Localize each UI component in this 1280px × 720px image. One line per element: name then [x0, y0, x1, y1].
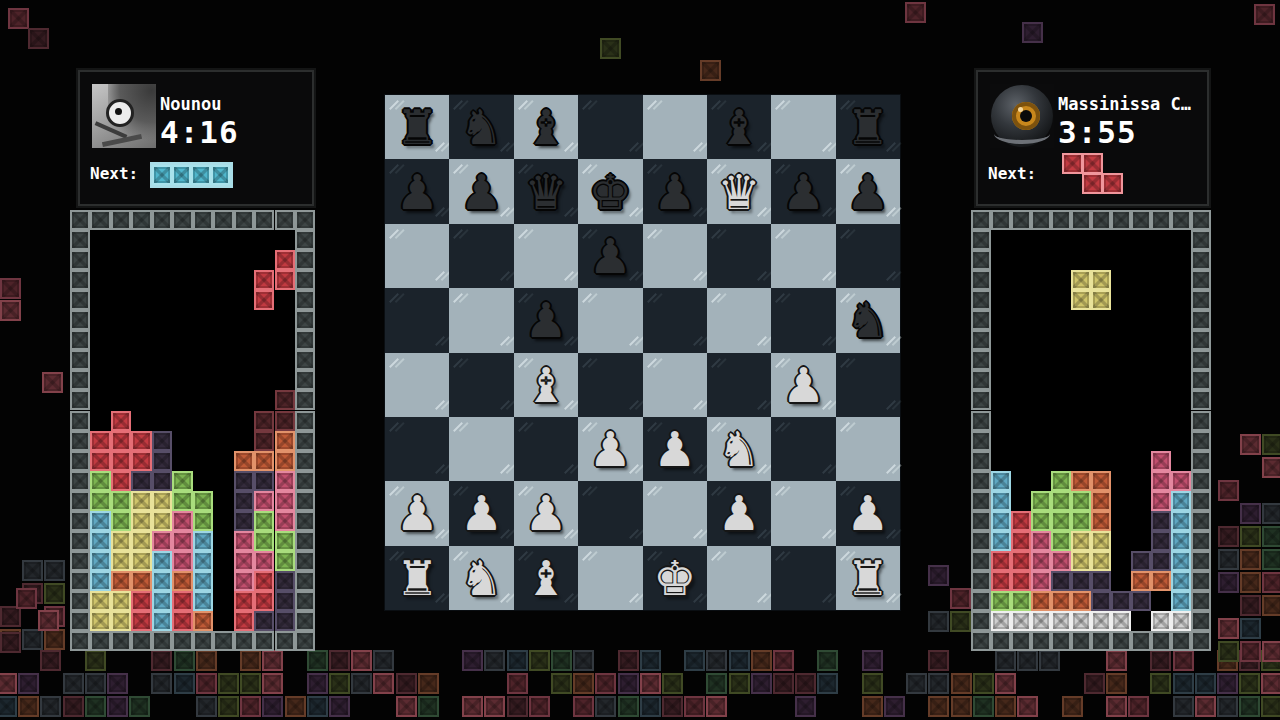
- frame-block: [1151, 631, 1171, 651]
- tetris-block: [152, 571, 172, 591]
- tetris-block: [1011, 551, 1031, 571]
- frame-block: [971, 551, 991, 571]
- tetris-block: [111, 491, 131, 511]
- tetris-block: [111, 511, 131, 531]
- frame-block: [234, 210, 254, 230]
- bg-block: [951, 673, 972, 694]
- tetris-block: [1131, 551, 1151, 571]
- square-f8[interactable]: ♝: [707, 95, 771, 159]
- tetris-block: [1151, 451, 1171, 471]
- square-a5[interactable]: [385, 288, 449, 352]
- frame-block: [971, 270, 991, 290]
- tetris-block: [131, 571, 151, 591]
- bg-block: [174, 673, 195, 694]
- frame-block: [1031, 631, 1051, 651]
- frame-block: [295, 210, 315, 230]
- frame-block: [1151, 210, 1171, 230]
- tetris-block: [275, 250, 295, 270]
- square-f3[interactable]: ♞: [707, 417, 771, 481]
- frame-block: [1191, 451, 1211, 471]
- tetris-block: [1151, 611, 1171, 631]
- square-d6[interactable]: ♟: [578, 224, 642, 288]
- square-c1[interactable]: ♝: [514, 546, 578, 610]
- bg-block: [1062, 696, 1083, 717]
- square-c7[interactable]: ♛: [514, 159, 578, 223]
- bg-block: [351, 673, 372, 694]
- bg-block: [1262, 526, 1280, 547]
- bg-block: [1218, 618, 1239, 639]
- square-h8[interactable]: ♜: [836, 95, 900, 159]
- square-d8[interactable]: [578, 95, 642, 159]
- square-c3[interactable]: [514, 417, 578, 481]
- tetris-block: [90, 431, 110, 451]
- tetris-block: [172, 571, 192, 591]
- frame-block: [295, 411, 315, 431]
- bg-block: [307, 696, 328, 717]
- square-a6[interactable]: [385, 224, 449, 288]
- chess-piece-B: ♝: [514, 353, 578, 417]
- square-f2[interactable]: ♟: [707, 481, 771, 545]
- bg-block: [1218, 526, 1239, 547]
- tetris-block: [193, 571, 213, 591]
- tetris-block: [1071, 611, 1091, 631]
- frame-block: [70, 611, 90, 631]
- square-b2[interactable]: ♟: [449, 481, 513, 545]
- frame-block: [70, 370, 90, 390]
- tetris-block: [254, 451, 274, 471]
- chess-piece-b: ♝: [514, 95, 578, 159]
- tetris-block: [152, 431, 172, 451]
- square-b1[interactable]: ♞: [449, 546, 513, 610]
- tetris-block: [131, 551, 151, 571]
- tetris-block: [193, 591, 213, 611]
- tetris-block: [1131, 591, 1151, 611]
- square-f7[interactable]: ♛: [707, 159, 771, 223]
- frame-block: [254, 631, 274, 651]
- frame-block: [1191, 250, 1211, 270]
- square-b3[interactable]: [449, 417, 513, 481]
- frame-block: [1191, 411, 1211, 431]
- tetris-block: [152, 591, 172, 611]
- tetris-block: [991, 611, 1011, 631]
- frame-block: [1111, 210, 1131, 230]
- square-e8[interactable]: [643, 95, 707, 159]
- tetris-block: [193, 531, 213, 551]
- square-b8[interactable]: ♞: [449, 95, 513, 159]
- frame-block: [971, 571, 991, 591]
- tetris-block: [1131, 571, 1151, 591]
- square-a3[interactable]: [385, 417, 449, 481]
- square-h1[interactable]: ♜: [836, 546, 900, 610]
- square-e2[interactable]: [643, 481, 707, 545]
- bg-block: [906, 673, 927, 694]
- bg-block: [950, 588, 971, 609]
- square-g5[interactable]: [771, 288, 835, 352]
- square-b5[interactable]: [449, 288, 513, 352]
- bg-block: [0, 278, 21, 299]
- bg-block: [884, 696, 905, 717]
- bg-block: [1218, 549, 1239, 570]
- bg-block: [507, 696, 528, 717]
- bg-block: [22, 560, 43, 581]
- bg-block: [1017, 650, 1038, 671]
- tetris-block: [1031, 511, 1051, 531]
- tetris-block: [1051, 511, 1071, 531]
- tetris-block: [275, 511, 295, 531]
- game-screen: ♜♞♝♝♜♟♟♛♚♟♛♟♟♟♟♞♝♟♟♟♞♟♟♟♟♟♜♞♝♚♜ Nounou 4…: [0, 0, 1280, 720]
- frame-block: [971, 611, 991, 631]
- bg-block: [862, 650, 883, 671]
- square-c6[interactable]: [514, 224, 578, 288]
- bg-block: [862, 673, 883, 694]
- bg-block: [262, 673, 283, 694]
- bg-block: [418, 673, 439, 694]
- bg-block: [595, 696, 616, 717]
- tetris-block: [1031, 591, 1051, 611]
- bg-block: [418, 696, 439, 717]
- frame-block: [971, 350, 991, 370]
- frame-block: [991, 631, 1011, 651]
- square-a7[interactable]: ♟: [385, 159, 449, 223]
- chess-piece-p: ♟: [578, 224, 642, 288]
- square-g1[interactable]: [771, 546, 835, 610]
- bg-block: [551, 673, 572, 694]
- tetris-block: [991, 591, 1011, 611]
- frame-block: [1191, 390, 1211, 410]
- frame-block: [131, 631, 151, 651]
- bg-block: [995, 673, 1016, 694]
- frame-block: [295, 290, 315, 310]
- tetris-block: [1051, 471, 1071, 491]
- tetris-block: [131, 611, 151, 631]
- tetris-block: [1031, 571, 1051, 591]
- chess-piece-R: ♜: [836, 546, 900, 610]
- frame-block: [1171, 210, 1191, 230]
- square-d4[interactable]: [578, 353, 642, 417]
- square-g6[interactable]: [771, 224, 835, 288]
- bg-block: [773, 673, 794, 694]
- square-d7[interactable]: ♚: [578, 159, 642, 223]
- square-a4[interactable]: [385, 353, 449, 417]
- tetris-block: [1071, 531, 1091, 551]
- tetris-block: [1151, 491, 1171, 511]
- square-c8[interactable]: ♝: [514, 95, 578, 159]
- frame-block: [971, 431, 991, 451]
- bg-block: [28, 28, 49, 49]
- bg-block: [44, 560, 65, 581]
- frame-block: [971, 330, 991, 350]
- square-d3[interactable]: ♟: [578, 417, 642, 481]
- bg-block: [618, 696, 639, 717]
- tetris-block: [254, 471, 274, 491]
- square-g4[interactable]: ♟: [771, 353, 835, 417]
- tetris-block: [1091, 571, 1111, 591]
- tetris-block: [1071, 491, 1091, 511]
- chess-piece-K: ♚: [643, 546, 707, 610]
- tetris-block: [1111, 591, 1131, 611]
- frame-block: [971, 390, 991, 410]
- bg-block: [684, 696, 705, 717]
- square-f5[interactable]: [707, 288, 771, 352]
- square-e7[interactable]: ♟: [643, 159, 707, 223]
- bg-block: [18, 673, 39, 694]
- bg-block: [329, 650, 350, 671]
- tetris-block: [1091, 270, 1111, 290]
- bg-block: [0, 606, 21, 627]
- player-card-right: Massinissa C… 3:55 Next:: [976, 70, 1209, 206]
- next-piece-left: [150, 162, 233, 188]
- chess-piece-p: ♟: [385, 159, 449, 223]
- square-h4[interactable]: [836, 353, 900, 417]
- frame-block: [1171, 631, 1191, 651]
- square-c2[interactable]: ♟: [514, 481, 578, 545]
- tetris-block: [254, 411, 274, 431]
- tetris-block: [234, 551, 254, 571]
- square-g2[interactable]: [771, 481, 835, 545]
- bg-block: [1017, 696, 1038, 717]
- tetris-block: [991, 571, 1011, 591]
- frame-block: [1011, 210, 1031, 230]
- frame-block: [70, 451, 90, 471]
- next-label-left: Next:: [90, 164, 138, 183]
- tetris-block: [1091, 491, 1111, 511]
- tetris-block: [1091, 511, 1111, 531]
- frame-block: [295, 451, 315, 471]
- square-h5[interactable]: ♞: [836, 288, 900, 352]
- tetris-block: [1091, 551, 1111, 571]
- frame-block: [111, 631, 131, 651]
- bg-block: [995, 696, 1016, 717]
- tetris-block: [152, 451, 172, 471]
- bg-block: [373, 650, 394, 671]
- bg-block: [351, 650, 372, 671]
- square-g8[interactable]: [771, 95, 835, 159]
- bg-block: [817, 650, 838, 671]
- bg-block: [0, 696, 17, 717]
- square-e3[interactable]: ♟: [643, 417, 707, 481]
- frame-block: [1191, 551, 1211, 571]
- tetris-block: [90, 451, 110, 471]
- bg-block: [662, 696, 683, 717]
- frame-block: [971, 451, 991, 471]
- tetris-block: [111, 551, 131, 571]
- frame-block: [1131, 210, 1151, 230]
- tetris-block: [1091, 471, 1111, 491]
- frame-block: [971, 491, 991, 511]
- bg-block: [706, 673, 727, 694]
- tetris-block: [131, 511, 151, 531]
- tetris-block: [1171, 471, 1191, 491]
- bg-block: [1239, 673, 1260, 694]
- bg-block: [196, 696, 217, 717]
- chess-piece-r: ♜: [385, 95, 449, 159]
- chess-piece-n: ♞: [836, 288, 900, 352]
- bg-block: [18, 696, 39, 717]
- tetris-block: [1151, 531, 1171, 551]
- frame-block: [295, 531, 315, 551]
- bg-block: [573, 696, 594, 717]
- tetris-block: [234, 491, 254, 511]
- square-h2[interactable]: ♟: [836, 481, 900, 545]
- bg-block: [484, 696, 505, 717]
- square-h7[interactable]: ♟: [836, 159, 900, 223]
- frame-block: [1191, 511, 1211, 531]
- frame-block: [1191, 431, 1211, 451]
- bg-block: [751, 650, 772, 671]
- frame-block: [213, 210, 233, 230]
- frame-block: [70, 230, 90, 250]
- tetris-block: [1051, 571, 1071, 591]
- chess-piece-P: ♟: [643, 417, 707, 481]
- square-e6[interactable]: [643, 224, 707, 288]
- tetris-block: [90, 571, 110, 591]
- frame-block: [1191, 531, 1211, 551]
- square-b4[interactable]: [449, 353, 513, 417]
- frame-block: [295, 571, 315, 591]
- avatar-right-glint: [1018, 107, 1023, 112]
- frame-block: [1191, 310, 1211, 330]
- square-d5[interactable]: [578, 288, 642, 352]
- frame-block: [275, 210, 295, 230]
- bg-block: [551, 650, 572, 671]
- tetris-block: [152, 531, 172, 551]
- frame-block: [1011, 631, 1031, 651]
- square-c5[interactable]: ♟: [514, 288, 578, 352]
- tetris-block: [111, 571, 131, 591]
- square-a8[interactable]: ♜: [385, 95, 449, 159]
- bg-block: [0, 632, 21, 653]
- frame-block: [295, 230, 315, 250]
- bg-block: [85, 696, 106, 717]
- bg-block: [1106, 696, 1127, 717]
- frame-block: [1191, 471, 1211, 491]
- bg-block: [484, 650, 505, 671]
- tetris-block: [1051, 611, 1071, 631]
- bg-block: [8, 8, 29, 29]
- tetris-block: [152, 471, 172, 491]
- frame-block: [971, 230, 991, 250]
- bg-block: [640, 650, 661, 671]
- square-h3[interactable]: [836, 417, 900, 481]
- tetris-block: [275, 551, 295, 571]
- bg-block: [1262, 434, 1280, 455]
- tetris-block: [172, 611, 192, 631]
- frame-block: [70, 471, 90, 491]
- tetris-block: [172, 551, 192, 571]
- chess-piece-b: ♝: [707, 95, 771, 159]
- frame-block: [152, 210, 172, 230]
- square-a2[interactable]: ♟: [385, 481, 449, 545]
- square-d1[interactable]: [578, 546, 642, 610]
- next-block-left: [211, 165, 231, 185]
- tetris-block: [193, 611, 213, 631]
- frame-block: [295, 250, 315, 270]
- frame-block: [295, 591, 315, 611]
- bg-block: [529, 650, 550, 671]
- bg-block: [1240, 549, 1261, 570]
- frame-block: [1071, 210, 1091, 230]
- square-f1[interactable]: [707, 546, 771, 610]
- square-b7[interactable]: ♟: [449, 159, 513, 223]
- tetris-block: [254, 611, 274, 631]
- frame-block: [1191, 230, 1211, 250]
- frame-block: [1191, 350, 1211, 370]
- square-e5[interactable]: [643, 288, 707, 352]
- square-g3[interactable]: [771, 417, 835, 481]
- frame-block: [295, 390, 315, 410]
- tetris-block: [1171, 531, 1191, 551]
- tetris-block: [1011, 531, 1031, 551]
- square-d2[interactable]: [578, 481, 642, 545]
- frame-block: [70, 551, 90, 571]
- tetris-block: [111, 471, 131, 491]
- tetris-block: [1151, 471, 1171, 491]
- square-e1[interactable]: ♚: [643, 546, 707, 610]
- bg-block: [63, 673, 84, 694]
- frame-block: [295, 631, 315, 651]
- tetris-block: [254, 290, 274, 310]
- square-c4[interactable]: ♝: [514, 353, 578, 417]
- chess-piece-p: ♟: [449, 159, 513, 223]
- tetris-block: [234, 511, 254, 531]
- square-e4[interactable]: [643, 353, 707, 417]
- tetris-block: [275, 591, 295, 611]
- bg-block: [1173, 673, 1194, 694]
- tetris-block: [234, 451, 254, 471]
- chess-piece-Q: ♛: [707, 159, 771, 223]
- bg-block: [63, 696, 84, 717]
- frame-block: [1191, 571, 1211, 591]
- bg-block: [662, 673, 683, 694]
- square-h6[interactable]: [836, 224, 900, 288]
- bg-block: [44, 583, 65, 604]
- square-f6[interactable]: [707, 224, 771, 288]
- tetris-block: [1011, 611, 1031, 631]
- tetris-block: [254, 431, 274, 451]
- chess-piece-P: ♟: [707, 481, 771, 545]
- tetris-block: [111, 431, 131, 451]
- frame-block: [295, 350, 315, 370]
- frame-block: [70, 290, 90, 310]
- tetris-block: [193, 491, 213, 511]
- square-a1[interactable]: ♜: [385, 546, 449, 610]
- bg-block: [1218, 572, 1239, 593]
- bg-block: [38, 610, 59, 631]
- bg-block: [640, 673, 661, 694]
- tetris-block: [234, 591, 254, 611]
- bg-block: [329, 673, 350, 694]
- player-card-left: Nounou 4:16 Next:: [78, 70, 314, 206]
- tetris-block: [193, 511, 213, 531]
- frame-block: [1191, 370, 1211, 390]
- tetris-block: [1071, 511, 1091, 531]
- tetris-block: [193, 551, 213, 571]
- frame-block: [295, 310, 315, 330]
- square-g7[interactable]: ♟: [771, 159, 835, 223]
- square-f4[interactable]: [707, 353, 771, 417]
- bg-block: [1173, 650, 1194, 671]
- bg-block: [218, 696, 239, 717]
- tetris-block: [1091, 611, 1111, 631]
- frame-block: [193, 210, 213, 230]
- frame-block: [90, 210, 110, 230]
- tetris-block: [275, 411, 295, 431]
- tetris-block: [275, 451, 295, 471]
- square-b6[interactable]: [449, 224, 513, 288]
- bg-block: [1022, 22, 1043, 43]
- bg-block: [1150, 673, 1171, 694]
- frame-block: [1191, 290, 1211, 310]
